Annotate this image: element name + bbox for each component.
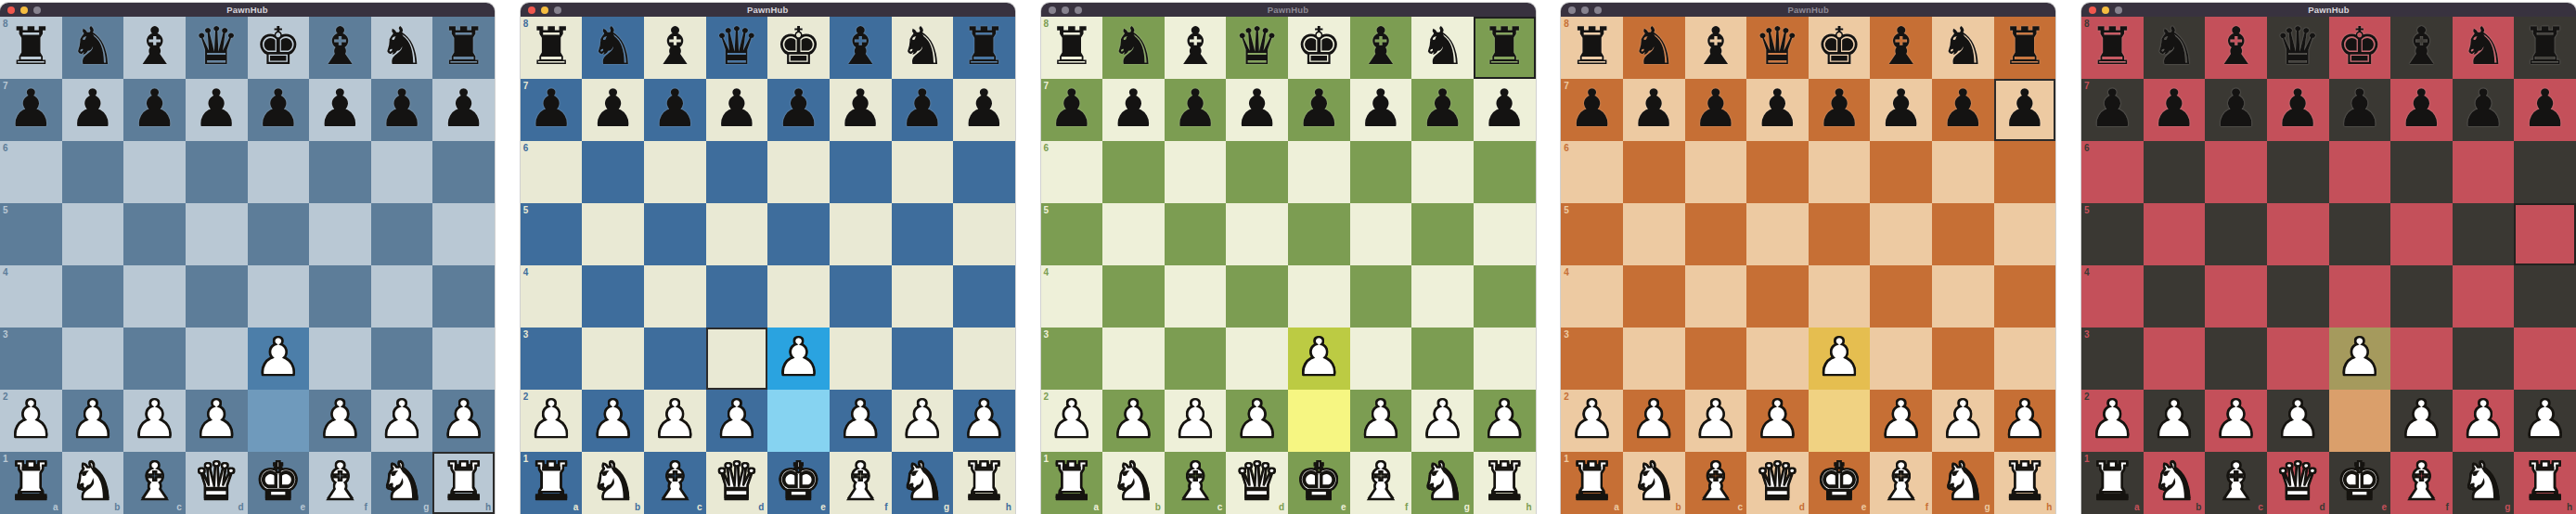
square-b7[interactable]: ♟ bbox=[2144, 79, 2206, 141]
square-f2[interactable]: ♟ bbox=[830, 390, 892, 452]
piece-black-rook[interactable]: ♜ bbox=[7, 20, 54, 72]
square-c8[interactable]: ♝ bbox=[123, 17, 186, 79]
square-b5[interactable] bbox=[62, 203, 124, 265]
piece-white-knight[interactable]: ♞ bbox=[1630, 456, 1677, 508]
square-d8[interactable]: ♛ bbox=[706, 17, 768, 79]
piece-white-pawn[interactable]: ♟ bbox=[590, 393, 637, 445]
piece-white-queen[interactable]: ♛ bbox=[714, 456, 760, 508]
square-c6[interactable] bbox=[1165, 141, 1227, 203]
square-e5[interactable] bbox=[1809, 203, 1871, 265]
piece-black-rook[interactable]: ♜ bbox=[1481, 20, 1527, 72]
square-h2[interactable]: ♟ bbox=[1474, 390, 1536, 452]
piece-white-rook[interactable]: ♜ bbox=[441, 456, 487, 508]
square-c4[interactable] bbox=[123, 265, 186, 328]
square-e4[interactable] bbox=[767, 265, 830, 328]
piece-black-knight[interactable]: ♞ bbox=[1630, 20, 1677, 72]
square-h5[interactable] bbox=[432, 203, 495, 265]
square-a6[interactable]: 6 bbox=[521, 141, 583, 203]
square-g8[interactable]: ♞ bbox=[2453, 17, 2515, 79]
square-f3[interactable] bbox=[2390, 328, 2453, 390]
square-e8[interactable]: ♚ bbox=[1288, 17, 1350, 79]
piece-black-pawn[interactable]: ♟ bbox=[2274, 83, 2321, 135]
square-f8[interactable]: ♝ bbox=[1350, 17, 1412, 79]
piece-white-bishop[interactable]: ♝ bbox=[131, 456, 177, 508]
square-h6[interactable] bbox=[953, 141, 1015, 203]
square-b3[interactable] bbox=[62, 328, 124, 390]
piece-black-pawn[interactable]: ♟ bbox=[1172, 83, 1218, 135]
square-f7[interactable]: ♟ bbox=[2390, 79, 2453, 141]
square-h8[interactable]: ♜ bbox=[432, 17, 495, 79]
square-a1[interactable]: ♜1a bbox=[2081, 452, 2144, 514]
zoom-button[interactable] bbox=[2115, 6, 2122, 14]
square-a8[interactable]: ♜8 bbox=[1041, 17, 1103, 79]
square-b3[interactable] bbox=[582, 328, 644, 390]
square-g2[interactable]: ♟ bbox=[892, 390, 954, 452]
piece-black-king[interactable]: ♚ bbox=[2337, 20, 2383, 72]
zoom-button[interactable] bbox=[554, 6, 561, 14]
square-h4[interactable] bbox=[953, 265, 1015, 328]
square-d7[interactable]: ♟ bbox=[1746, 79, 1809, 141]
square-h1[interactable]: ♜h bbox=[1474, 452, 1536, 514]
square-a3[interactable]: 3 bbox=[0, 328, 62, 390]
square-d6[interactable] bbox=[706, 141, 768, 203]
square-c3[interactable] bbox=[123, 328, 186, 390]
square-g5[interactable] bbox=[2453, 203, 2515, 265]
square-a2[interactable]: ♟2 bbox=[1561, 390, 1623, 452]
piece-white-pawn[interactable]: ♟ bbox=[651, 393, 698, 445]
square-e1[interactable]: ♚e bbox=[767, 452, 830, 514]
square-b2[interactable]: ♟ bbox=[582, 390, 644, 452]
piece-white-pawn[interactable]: ♟ bbox=[775, 331, 821, 383]
square-g3[interactable] bbox=[892, 328, 954, 390]
piece-black-pawn[interactable]: ♟ bbox=[316, 83, 363, 135]
piece-black-king[interactable]: ♚ bbox=[1295, 20, 1342, 72]
square-d8[interactable]: ♛ bbox=[1226, 17, 1288, 79]
piece-white-rook[interactable]: ♜ bbox=[2522, 456, 2569, 508]
square-h4[interactable] bbox=[1474, 265, 1536, 328]
square-h5[interactable] bbox=[953, 203, 1015, 265]
square-b2[interactable]: ♟ bbox=[2144, 390, 2206, 452]
square-g6[interactable] bbox=[1411, 141, 1474, 203]
square-e6[interactable] bbox=[1809, 141, 1871, 203]
piece-white-pawn[interactable]: ♟ bbox=[379, 393, 425, 445]
piece-black-pawn[interactable]: ♟ bbox=[837, 83, 883, 135]
square-h1[interactable]: ♜h bbox=[1994, 452, 2056, 514]
square-d8[interactable]: ♛ bbox=[2267, 17, 2329, 79]
piece-white-pawn[interactable]: ♟ bbox=[70, 393, 116, 445]
square-a5[interactable]: 5 bbox=[0, 203, 62, 265]
piece-white-queen[interactable]: ♛ bbox=[193, 456, 239, 508]
square-h8[interactable]: ♜ bbox=[2514, 17, 2576, 79]
square-e7[interactable]: ♟ bbox=[248, 79, 310, 141]
square-g2[interactable]: ♟ bbox=[1411, 390, 1474, 452]
piece-black-pawn[interactable]: ♟ bbox=[899, 83, 946, 135]
piece-white-rook[interactable]: ♜ bbox=[7, 456, 54, 508]
square-g1[interactable]: ♞g bbox=[2453, 452, 2515, 514]
piece-white-knight[interactable]: ♞ bbox=[590, 456, 637, 508]
square-h6[interactable] bbox=[1474, 141, 1536, 203]
piece-white-pawn[interactable]: ♟ bbox=[1816, 331, 1862, 383]
square-g2[interactable]: ♟ bbox=[2453, 390, 2515, 452]
piece-black-knight[interactable]: ♞ bbox=[2151, 20, 2197, 72]
square-e6[interactable] bbox=[248, 141, 310, 203]
square-c2[interactable]: ♟ bbox=[123, 390, 186, 452]
square-c2[interactable]: ♟ bbox=[1165, 390, 1227, 452]
piece-black-knight[interactable]: ♞ bbox=[70, 20, 116, 72]
piece-white-pawn[interactable]: ♟ bbox=[1234, 393, 1281, 445]
close-button[interactable] bbox=[7, 6, 15, 14]
square-d6[interactable] bbox=[1226, 141, 1288, 203]
square-e7[interactable]: ♟ bbox=[767, 79, 830, 141]
square-d3[interactable] bbox=[1746, 328, 1809, 390]
square-a2[interactable]: ♟2 bbox=[0, 390, 62, 452]
square-h3[interactable] bbox=[1474, 328, 1536, 390]
piece-black-queen[interactable]: ♛ bbox=[1754, 20, 1800, 72]
square-f4[interactable] bbox=[1350, 265, 1412, 328]
piece-black-knight[interactable]: ♞ bbox=[2460, 20, 2506, 72]
square-f6[interactable] bbox=[309, 141, 371, 203]
piece-black-rook[interactable]: ♜ bbox=[1049, 20, 1095, 72]
square-e3[interactable]: ♟ bbox=[1288, 328, 1350, 390]
square-c1[interactable]: ♝c bbox=[644, 452, 706, 514]
square-h5[interactable] bbox=[1474, 203, 1536, 265]
square-b4[interactable] bbox=[1102, 265, 1165, 328]
piece-white-rook[interactable]: ♜ bbox=[960, 456, 1007, 508]
square-c7[interactable]: ♟ bbox=[2205, 79, 2267, 141]
square-f7[interactable]: ♟ bbox=[1870, 79, 1932, 141]
piece-black-knight[interactable]: ♞ bbox=[899, 20, 946, 72]
close-button[interactable] bbox=[1568, 6, 1576, 14]
square-g1[interactable]: ♞g bbox=[371, 452, 433, 514]
square-e5[interactable] bbox=[2329, 203, 2391, 265]
square-g5[interactable] bbox=[1932, 203, 1994, 265]
piece-white-pawn[interactable]: ♟ bbox=[1693, 393, 1739, 445]
piece-black-pawn[interactable]: ♟ bbox=[1295, 83, 1342, 135]
piece-white-knight[interactable]: ♞ bbox=[1110, 456, 1156, 508]
square-d3[interactable] bbox=[186, 328, 248, 390]
square-f8[interactable]: ♝ bbox=[1870, 17, 1932, 79]
square-a1[interactable]: ♜1a bbox=[1561, 452, 1623, 514]
square-c3[interactable] bbox=[2205, 328, 2267, 390]
square-d6[interactable] bbox=[1746, 141, 1809, 203]
square-h4[interactable] bbox=[432, 265, 495, 328]
square-h6[interactable] bbox=[1994, 141, 2056, 203]
square-c5[interactable] bbox=[2205, 203, 2267, 265]
square-a5[interactable]: 5 bbox=[521, 203, 583, 265]
square-a7[interactable]: ♟7 bbox=[521, 79, 583, 141]
piece-black-pawn[interactable]: ♟ bbox=[1693, 83, 1739, 135]
square-b8[interactable]: ♞ bbox=[1623, 17, 1685, 79]
square-a7[interactable]: ♟7 bbox=[0, 79, 62, 141]
square-b1[interactable]: ♞b bbox=[2144, 452, 2206, 514]
square-e1[interactable]: ♚e bbox=[1809, 452, 1871, 514]
square-a2[interactable]: ♟2 bbox=[2081, 390, 2144, 452]
square-e4[interactable] bbox=[1288, 265, 1350, 328]
square-c2[interactable]: ♟ bbox=[2205, 390, 2267, 452]
square-b4[interactable] bbox=[2144, 265, 2206, 328]
square-c4[interactable] bbox=[1685, 265, 1747, 328]
square-c6[interactable] bbox=[123, 141, 186, 203]
square-c4[interactable] bbox=[1165, 265, 1227, 328]
piece-white-pawn[interactable]: ♟ bbox=[1295, 331, 1342, 383]
piece-black-rook[interactable]: ♜ bbox=[528, 20, 574, 72]
square-e2[interactable] bbox=[248, 390, 310, 452]
piece-black-pawn[interactable]: ♟ bbox=[1630, 83, 1677, 135]
piece-black-queen[interactable]: ♛ bbox=[714, 20, 760, 72]
square-a3[interactable]: 3 bbox=[1041, 328, 1103, 390]
piece-black-bishop[interactable]: ♝ bbox=[1878, 20, 1925, 72]
square-g7[interactable]: ♟ bbox=[1411, 79, 1474, 141]
square-d6[interactable] bbox=[2267, 141, 2329, 203]
square-f1[interactable]: ♝f bbox=[1350, 452, 1412, 514]
minimize-button[interactable] bbox=[1581, 6, 1589, 14]
piece-white-pawn[interactable]: ♟ bbox=[131, 393, 177, 445]
piece-white-pawn[interactable]: ♟ bbox=[1754, 393, 1800, 445]
square-a6[interactable]: 6 bbox=[1561, 141, 1623, 203]
square-e2[interactable] bbox=[1288, 390, 1350, 452]
square-f8[interactable]: ♝ bbox=[309, 17, 371, 79]
piece-black-pawn[interactable]: ♟ bbox=[7, 83, 54, 135]
piece-white-rook[interactable]: ♜ bbox=[528, 456, 574, 508]
square-h6[interactable] bbox=[432, 141, 495, 203]
piece-white-pawn[interactable]: ♟ bbox=[837, 393, 883, 445]
piece-black-rook[interactable]: ♜ bbox=[2522, 20, 2569, 72]
square-c5[interactable] bbox=[123, 203, 186, 265]
square-g5[interactable] bbox=[371, 203, 433, 265]
zoom-button[interactable] bbox=[33, 6, 41, 14]
square-b6[interactable] bbox=[582, 141, 644, 203]
square-a1[interactable]: ♜1a bbox=[521, 452, 583, 514]
square-b4[interactable] bbox=[62, 265, 124, 328]
square-g2[interactable]: ♟ bbox=[371, 390, 433, 452]
piece-white-bishop[interactable]: ♝ bbox=[651, 456, 698, 508]
piece-white-pawn[interactable]: ♟ bbox=[2398, 393, 2444, 445]
square-g2[interactable]: ♟ bbox=[1932, 390, 1994, 452]
square-f5[interactable] bbox=[2390, 203, 2453, 265]
piece-black-pawn[interactable]: ♟ bbox=[1234, 83, 1281, 135]
square-c1[interactable]: ♝c bbox=[1685, 452, 1747, 514]
square-c5[interactable] bbox=[644, 203, 706, 265]
piece-black-pawn[interactable]: ♟ bbox=[2522, 83, 2569, 135]
piece-black-rook[interactable]: ♜ bbox=[2002, 20, 2048, 72]
square-f3[interactable] bbox=[1870, 328, 1932, 390]
square-h3[interactable] bbox=[2514, 328, 2576, 390]
square-g7[interactable]: ♟ bbox=[1932, 79, 1994, 141]
square-b1[interactable]: ♞b bbox=[1102, 452, 1165, 514]
square-d8[interactable]: ♛ bbox=[1746, 17, 1809, 79]
square-h2[interactable]: ♟ bbox=[953, 390, 1015, 452]
piece-white-pawn[interactable]: ♟ bbox=[1419, 393, 1465, 445]
square-d5[interactable] bbox=[1226, 203, 1288, 265]
square-f4[interactable] bbox=[2390, 265, 2453, 328]
piece-white-rook[interactable]: ♜ bbox=[1049, 456, 1095, 508]
square-c7[interactable]: ♟ bbox=[644, 79, 706, 141]
square-f4[interactable] bbox=[309, 265, 371, 328]
square-h2[interactable]: ♟ bbox=[1994, 390, 2056, 452]
square-g3[interactable] bbox=[371, 328, 433, 390]
square-g1[interactable]: ♞g bbox=[892, 452, 954, 514]
square-d3[interactable] bbox=[706, 328, 768, 390]
piece-white-pawn[interactable]: ♟ bbox=[1110, 393, 1156, 445]
square-a4[interactable]: 4 bbox=[1041, 265, 1103, 328]
piece-white-pawn[interactable]: ♟ bbox=[2089, 393, 2135, 445]
square-d5[interactable] bbox=[1746, 203, 1809, 265]
square-b5[interactable] bbox=[582, 203, 644, 265]
square-a3[interactable]: 3 bbox=[2081, 328, 2144, 390]
piece-black-pawn[interactable]: ♟ bbox=[2398, 83, 2444, 135]
square-f1[interactable]: ♝f bbox=[309, 452, 371, 514]
square-h8[interactable]: ♜ bbox=[1474, 17, 1536, 79]
square-f4[interactable] bbox=[1870, 265, 1932, 328]
square-g6[interactable] bbox=[2453, 141, 2515, 203]
piece-white-bishop[interactable]: ♝ bbox=[316, 456, 363, 508]
piece-white-pawn[interactable]: ♟ bbox=[2212, 393, 2259, 445]
piece-black-pawn[interactable]: ♟ bbox=[2460, 83, 2506, 135]
square-h7[interactable]: ♟ bbox=[2514, 79, 2576, 141]
square-e8[interactable]: ♚ bbox=[1809, 17, 1871, 79]
square-f3[interactable] bbox=[830, 328, 892, 390]
square-f8[interactable]: ♝ bbox=[2390, 17, 2453, 79]
square-g8[interactable]: ♞ bbox=[892, 17, 954, 79]
square-h7[interactable]: ♟ bbox=[432, 79, 495, 141]
square-d4[interactable] bbox=[1746, 265, 1809, 328]
square-h7[interactable]: ♟ bbox=[1474, 79, 1536, 141]
square-a2[interactable]: ♟2 bbox=[521, 390, 583, 452]
piece-white-bishop[interactable]: ♝ bbox=[837, 456, 883, 508]
square-b6[interactable] bbox=[1102, 141, 1165, 203]
square-e8[interactable]: ♚ bbox=[248, 17, 310, 79]
square-e2[interactable] bbox=[2329, 390, 2391, 452]
square-h3[interactable] bbox=[953, 328, 1015, 390]
square-d2[interactable]: ♟ bbox=[1226, 390, 1288, 452]
piece-black-pawn[interactable]: ♟ bbox=[1816, 83, 1862, 135]
square-h7[interactable]: ♟ bbox=[953, 79, 1015, 141]
square-f1[interactable]: ♝f bbox=[830, 452, 892, 514]
zoom-button[interactable] bbox=[1594, 6, 1602, 14]
piece-white-pawn[interactable]: ♟ bbox=[1172, 393, 1218, 445]
piece-black-pawn[interactable]: ♟ bbox=[255, 83, 302, 135]
square-d8[interactable]: ♛ bbox=[186, 17, 248, 79]
piece-white-queen[interactable]: ♛ bbox=[1754, 456, 1800, 508]
square-a1[interactable]: ♜1a bbox=[0, 452, 62, 514]
piece-white-pawn[interactable]: ♟ bbox=[2337, 331, 2383, 383]
square-a4[interactable]: 4 bbox=[1561, 265, 1623, 328]
square-g5[interactable] bbox=[1411, 203, 1474, 265]
square-c3[interactable] bbox=[1685, 328, 1747, 390]
close-button[interactable] bbox=[528, 6, 535, 14]
square-d1[interactable]: ♛d bbox=[1746, 452, 1809, 514]
piece-white-bishop[interactable]: ♝ bbox=[2212, 456, 2259, 508]
square-f4[interactable] bbox=[830, 265, 892, 328]
square-h7[interactable]: ♟ bbox=[1994, 79, 2056, 141]
square-e1[interactable]: ♚e bbox=[1288, 452, 1350, 514]
square-d2[interactable]: ♟ bbox=[2267, 390, 2329, 452]
piece-black-queen[interactable]: ♛ bbox=[1234, 20, 1281, 72]
close-button[interactable] bbox=[2089, 6, 2096, 14]
piece-black-pawn[interactable]: ♟ bbox=[1110, 83, 1156, 135]
square-e2[interactable] bbox=[767, 390, 830, 452]
piece-white-king[interactable]: ♚ bbox=[1816, 456, 1862, 508]
piece-black-pawn[interactable]: ♟ bbox=[2002, 83, 2048, 135]
square-g3[interactable] bbox=[1932, 328, 1994, 390]
square-c6[interactable] bbox=[1685, 141, 1747, 203]
piece-white-pawn[interactable]: ♟ bbox=[2274, 393, 2321, 445]
piece-white-pawn[interactable]: ♟ bbox=[528, 393, 574, 445]
square-f5[interactable] bbox=[1350, 203, 1412, 265]
square-a5[interactable]: 5 bbox=[1041, 203, 1103, 265]
piece-white-pawn[interactable]: ♟ bbox=[899, 393, 946, 445]
piece-black-king[interactable]: ♚ bbox=[255, 20, 302, 72]
square-f6[interactable] bbox=[2390, 141, 2453, 203]
piece-black-pawn[interactable]: ♟ bbox=[1419, 83, 1465, 135]
square-e5[interactable] bbox=[248, 203, 310, 265]
square-g3[interactable] bbox=[2453, 328, 2515, 390]
piece-white-pawn[interactable]: ♟ bbox=[2151, 393, 2197, 445]
square-f7[interactable]: ♟ bbox=[830, 79, 892, 141]
square-f1[interactable]: ♝f bbox=[2390, 452, 2453, 514]
square-f5[interactable] bbox=[1870, 203, 1932, 265]
piece-white-rook[interactable]: ♜ bbox=[2002, 456, 2048, 508]
piece-white-pawn[interactable]: ♟ bbox=[2522, 393, 2569, 445]
piece-black-knight[interactable]: ♞ bbox=[1939, 20, 1986, 72]
piece-white-knight[interactable]: ♞ bbox=[2460, 456, 2506, 508]
square-b5[interactable] bbox=[1102, 203, 1165, 265]
square-h1[interactable]: ♜h bbox=[2514, 452, 2576, 514]
piece-black-pawn[interactable]: ♟ bbox=[1754, 83, 1800, 135]
square-e6[interactable] bbox=[767, 141, 830, 203]
square-a3[interactable]: 3 bbox=[521, 328, 583, 390]
square-c2[interactable]: ♟ bbox=[644, 390, 706, 452]
square-c1[interactable]: ♝c bbox=[123, 452, 186, 514]
square-a7[interactable]: ♟7 bbox=[2081, 79, 2144, 141]
square-d1[interactable]: ♛d bbox=[2267, 452, 2329, 514]
piece-black-bishop[interactable]: ♝ bbox=[1358, 20, 1404, 72]
square-a6[interactable]: 6 bbox=[1041, 141, 1103, 203]
square-a6[interactable]: 6 bbox=[0, 141, 62, 203]
square-d7[interactable]: ♟ bbox=[186, 79, 248, 141]
square-b3[interactable] bbox=[1623, 328, 1685, 390]
square-a2[interactable]: ♟2 bbox=[1041, 390, 1103, 452]
square-g6[interactable] bbox=[1932, 141, 1994, 203]
square-a1[interactable]: ♜1a bbox=[1041, 452, 1103, 514]
square-e3[interactable]: ♟ bbox=[1809, 328, 1871, 390]
piece-white-pawn[interactable]: ♟ bbox=[2460, 393, 2506, 445]
square-d5[interactable] bbox=[706, 203, 768, 265]
square-d4[interactable] bbox=[186, 265, 248, 328]
square-b7[interactable]: ♟ bbox=[582, 79, 644, 141]
square-e3[interactable]: ♟ bbox=[248, 328, 310, 390]
square-f2[interactable]: ♟ bbox=[309, 390, 371, 452]
square-e1[interactable]: ♚e bbox=[248, 452, 310, 514]
square-c7[interactable]: ♟ bbox=[123, 79, 186, 141]
piece-black-king[interactable]: ♚ bbox=[775, 20, 821, 72]
square-f6[interactable] bbox=[1870, 141, 1932, 203]
piece-white-pawn[interactable]: ♟ bbox=[960, 393, 1007, 445]
square-c8[interactable]: ♝ bbox=[1165, 17, 1227, 79]
square-h4[interactable] bbox=[1994, 265, 2056, 328]
square-g7[interactable]: ♟ bbox=[2453, 79, 2515, 141]
square-d1[interactable]: ♛d bbox=[1226, 452, 1288, 514]
square-b6[interactable] bbox=[62, 141, 124, 203]
piece-black-knight[interactable]: ♞ bbox=[379, 20, 425, 72]
piece-white-knight[interactable]: ♞ bbox=[1939, 456, 1986, 508]
piece-black-knight[interactable]: ♞ bbox=[590, 20, 637, 72]
close-button[interactable] bbox=[1049, 6, 1056, 14]
square-b8[interactable]: ♞ bbox=[2144, 17, 2206, 79]
square-g4[interactable] bbox=[1411, 265, 1474, 328]
square-b2[interactable]: ♟ bbox=[62, 390, 124, 452]
square-h8[interactable]: ♜ bbox=[1994, 17, 2056, 79]
